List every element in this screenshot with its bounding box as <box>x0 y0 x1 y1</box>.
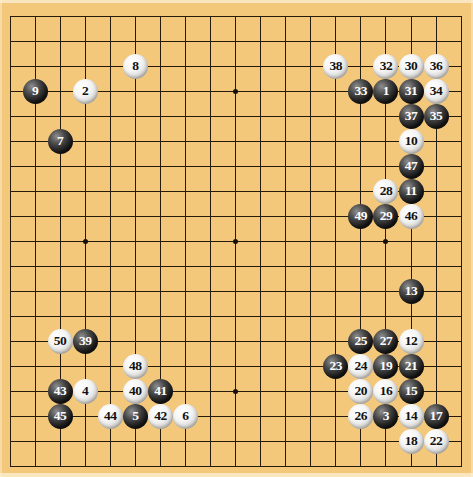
stone-move-number: 22 <box>430 434 443 448</box>
stone-move-number: 1 <box>383 84 389 98</box>
stone-move-number: 32 <box>380 59 393 73</box>
stone-10-white[interactable]: 10 <box>399 129 424 154</box>
stone-20-white[interactable]: 20 <box>348 379 373 404</box>
stone-move-number: 17 <box>430 409 443 423</box>
stone-44-white[interactable]: 44 <box>98 404 123 429</box>
stone-move-number: 19 <box>380 359 393 373</box>
grid-line-horizontal <box>10 291 462 292</box>
stone-move-number: 11 <box>405 184 417 198</box>
stone-14-white[interactable]: 14 <box>399 404 424 429</box>
stone-24-white[interactable]: 24 <box>348 354 373 379</box>
stone-move-number: 14 <box>405 409 418 423</box>
stone-move-number: 41 <box>154 384 167 398</box>
stone-move-number: 38 <box>330 59 343 73</box>
stone-38-white[interactable]: 38 <box>323 54 348 79</box>
stone-move-number: 5 <box>132 409 138 423</box>
stone-move-number: 26 <box>355 409 368 423</box>
stone-move-number: 6 <box>182 409 188 423</box>
stone-move-number: 25 <box>355 334 368 348</box>
stone-27-black[interactable]: 27 <box>373 329 398 354</box>
stone-35-black[interactable]: 35 <box>424 104 449 129</box>
stone-move-number: 49 <box>355 209 368 223</box>
stone-36-white[interactable]: 36 <box>424 54 449 79</box>
go-board[interactable]: 1234567891011121314151617181920212223242… <box>0 0 473 477</box>
star-point <box>83 239 88 244</box>
grid-line-vertical <box>335 16 336 467</box>
stone-32-white[interactable]: 32 <box>373 54 398 79</box>
stone-move-number: 28 <box>380 184 393 198</box>
star-point <box>233 239 238 244</box>
stone-move-number: 35 <box>430 109 443 123</box>
stone-move-number: 8 <box>132 59 138 73</box>
stone-11-black[interactable]: 11 <box>399 179 424 204</box>
stone-move-number: 27 <box>380 334 393 348</box>
stone-50-white[interactable]: 50 <box>48 329 73 354</box>
grid-line-horizontal <box>10 41 462 42</box>
stone-19-black[interactable]: 19 <box>373 354 398 379</box>
stone-move-number: 48 <box>129 359 142 373</box>
stone-move-number: 24 <box>355 359 368 373</box>
grid-line-horizontal <box>10 141 462 142</box>
stone-8-white[interactable]: 8 <box>123 54 148 79</box>
stone-23-black[interactable]: 23 <box>323 354 348 379</box>
stone-move-number: 7 <box>57 134 63 148</box>
stone-move-number: 45 <box>54 409 67 423</box>
stone-move-number: 15 <box>405 384 418 398</box>
stone-2-white[interactable]: 2 <box>73 79 98 104</box>
stone-48-white[interactable]: 48 <box>123 354 148 379</box>
stone-43-black[interactable]: 43 <box>48 379 73 404</box>
stone-move-number: 13 <box>405 284 418 298</box>
grid-line-horizontal <box>10 116 462 117</box>
stone-move-number: 23 <box>330 359 343 373</box>
stone-45-black[interactable]: 45 <box>48 404 73 429</box>
stone-move-number: 36 <box>430 59 443 73</box>
stone-41-black[interactable]: 41 <box>148 379 173 404</box>
grid-line-vertical <box>310 16 311 467</box>
stone-42-white[interactable]: 42 <box>148 404 173 429</box>
stone-31-black[interactable]: 31 <box>399 79 424 104</box>
stone-move-number: 47 <box>405 159 418 173</box>
stone-move-number: 31 <box>405 84 418 98</box>
stone-move-number: 20 <box>355 384 368 398</box>
stone-move-number: 33 <box>355 84 368 98</box>
stone-46-white[interactable]: 46 <box>399 204 424 229</box>
stone-6-white[interactable]: 6 <box>173 404 198 429</box>
stone-move-number: 18 <box>405 434 418 448</box>
stone-9-black[interactable]: 9 <box>23 79 48 104</box>
stone-4-white[interactable]: 4 <box>73 379 98 404</box>
stone-move-number: 16 <box>380 384 393 398</box>
stone-move-number: 30 <box>405 59 418 73</box>
grid-line-vertical <box>10 16 11 467</box>
stone-7-black[interactable]: 7 <box>48 129 73 154</box>
stone-move-number: 21 <box>405 359 418 373</box>
grid-line-vertical <box>461 16 462 467</box>
stone-move-number: 43 <box>54 384 67 398</box>
grid-line-horizontal <box>10 316 462 317</box>
stone-33-black[interactable]: 33 <box>348 79 373 104</box>
stone-move-number: 46 <box>405 209 418 223</box>
stone-29-black[interactable]: 29 <box>373 204 398 229</box>
stone-37-black[interactable]: 37 <box>399 104 424 129</box>
stone-move-number: 40 <box>129 384 142 398</box>
stone-3-black[interactable]: 3 <box>373 404 398 429</box>
grid-line-horizontal <box>10 16 462 17</box>
star-point <box>383 239 388 244</box>
grid-line-vertical <box>210 16 211 467</box>
stone-move-number: 29 <box>380 209 393 223</box>
stone-12-white[interactable]: 12 <box>399 329 424 354</box>
stone-move-number: 34 <box>430 84 443 98</box>
stone-30-white[interactable]: 30 <box>399 54 424 79</box>
stone-1-black[interactable]: 1 <box>373 79 398 104</box>
grid-line-vertical <box>185 16 186 467</box>
stone-34-white[interactable]: 34 <box>424 79 449 104</box>
stone-21-black[interactable]: 21 <box>399 354 424 379</box>
stone-40-white[interactable]: 40 <box>123 379 148 404</box>
stone-15-black[interactable]: 15 <box>399 379 424 404</box>
stone-move-number: 12 <box>405 334 418 348</box>
stone-move-number: 9 <box>32 84 38 98</box>
stone-move-number: 3 <box>383 409 389 423</box>
star-point <box>233 89 238 94</box>
stone-move-number: 39 <box>79 334 92 348</box>
stone-move-number: 10 <box>405 134 418 148</box>
stone-39-black[interactable]: 39 <box>73 329 98 354</box>
stone-17-black[interactable]: 17 <box>424 404 449 429</box>
stone-16-white[interactable]: 16 <box>373 379 398 404</box>
stone-5-black[interactable]: 5 <box>123 404 148 429</box>
stone-25-black[interactable]: 25 <box>348 329 373 354</box>
stone-49-black[interactable]: 49 <box>348 204 373 229</box>
stone-47-black[interactable]: 47 <box>399 154 424 179</box>
stone-move-number: 44 <box>104 409 117 423</box>
stone-move-number: 2 <box>82 84 88 98</box>
grid-line-vertical <box>110 16 111 467</box>
grid-line-vertical <box>260 16 261 467</box>
stone-move-number: 4 <box>82 384 88 398</box>
stone-13-black[interactable]: 13 <box>399 279 424 304</box>
grid-line-horizontal <box>10 266 462 267</box>
grid-line-horizontal <box>10 466 462 467</box>
stone-26-white[interactable]: 26 <box>348 404 373 429</box>
star-point <box>233 389 238 394</box>
grid-line-horizontal <box>10 441 462 442</box>
go-diagram: 1234567891011121314151617181920212223242… <box>0 0 473 477</box>
stone-move-number: 37 <box>405 109 418 123</box>
grid-line-horizontal <box>10 166 462 167</box>
stone-28-white[interactable]: 28 <box>373 179 398 204</box>
stone-22-white[interactable]: 22 <box>424 429 449 454</box>
stone-18-white[interactable]: 18 <box>399 429 424 454</box>
stone-move-number: 50 <box>54 334 67 348</box>
stone-move-number: 42 <box>154 409 167 423</box>
grid-line-vertical <box>285 16 286 467</box>
